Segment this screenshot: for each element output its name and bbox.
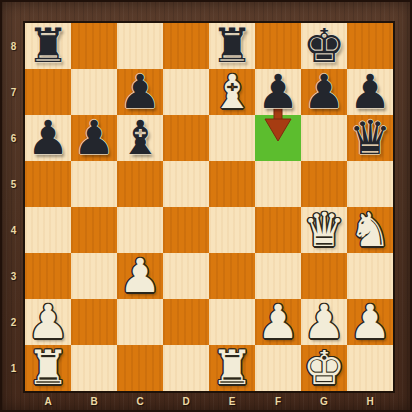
square-c2[interactable] [117, 299, 163, 345]
piece-black-pawn[interactable]: ♟ [347, 69, 393, 115]
square-g4[interactable]: ♛ [301, 207, 347, 253]
square-a3[interactable] [25, 253, 71, 299]
square-c3[interactable]: ♟ [117, 253, 163, 299]
piece-white-queen[interactable]: ♛ [301, 207, 347, 253]
square-e1[interactable]: ♜ [209, 345, 255, 391]
square-b3[interactable] [71, 253, 117, 299]
square-h5[interactable] [347, 161, 393, 207]
piece-white-rook[interactable]: ♜ [209, 345, 255, 391]
piece-white-knight[interactable]: ♞ [347, 207, 393, 253]
square-c7[interactable]: ♟ [117, 69, 163, 115]
square-d5[interactable] [163, 161, 209, 207]
square-g3[interactable] [301, 253, 347, 299]
square-b2[interactable] [71, 299, 117, 345]
square-h3[interactable] [347, 253, 393, 299]
rank-label-6: 6 [2, 115, 25, 161]
square-f5[interactable] [255, 161, 301, 207]
rank-label-5: 5 [2, 161, 25, 207]
piece-white-king[interactable]: ♚ [301, 345, 347, 391]
file-label-c: C [117, 391, 163, 412]
square-g2[interactable]: ♟ [301, 299, 347, 345]
square-c4[interactable] [117, 207, 163, 253]
square-d6[interactable] [163, 115, 209, 161]
file-label-d: D [163, 391, 209, 412]
square-g5[interactable] [301, 161, 347, 207]
square-c6[interactable]: ♝ [117, 115, 163, 161]
piece-black-bishop[interactable]: ♝ [117, 115, 163, 161]
square-e5[interactable] [209, 161, 255, 207]
square-h1[interactable] [347, 345, 393, 391]
square-a2[interactable]: ♟ [25, 299, 71, 345]
square-g1[interactable]: ♚ [301, 345, 347, 391]
square-f3[interactable] [255, 253, 301, 299]
square-c8[interactable] [117, 23, 163, 69]
piece-black-rook[interactable]: ♜ [209, 23, 255, 69]
piece-white-pawn[interactable]: ♟ [25, 299, 71, 345]
square-h4[interactable]: ♞ [347, 207, 393, 253]
square-f1[interactable] [255, 345, 301, 391]
square-h7[interactable]: ♟ [347, 69, 393, 115]
square-b7[interactable] [71, 69, 117, 115]
square-h6[interactable]: ♛ [347, 115, 393, 161]
square-d4[interactable] [163, 207, 209, 253]
piece-black-pawn[interactable]: ♟ [71, 115, 117, 161]
piece-black-queen[interactable]: ♛ [347, 115, 393, 161]
square-a7[interactable] [25, 69, 71, 115]
piece-white-pawn[interactable]: ♟ [117, 253, 163, 299]
square-b4[interactable] [71, 207, 117, 253]
piece-white-pawn[interactable]: ♟ [347, 299, 393, 345]
square-b6[interactable]: ♟ [71, 115, 117, 161]
square-a1[interactable]: ♜ [25, 345, 71, 391]
square-c1[interactable] [117, 345, 163, 391]
square-a4[interactable] [25, 207, 71, 253]
square-c5[interactable] [117, 161, 163, 207]
piece-white-rook[interactable]: ♜ [25, 345, 71, 391]
board-frame: 87654321 ABCDEFGH ♜♜♚♟♝♟♟♟♟♟♝♛♛♞♟♟♟♟♟♜♜♚ [0, 0, 412, 412]
file-label-f: F [255, 391, 301, 412]
piece-black-rook[interactable]: ♜ [25, 23, 71, 69]
chess-board: ♜♜♚♟♝♟♟♟♟♟♝♛♛♞♟♟♟♟♟♜♜♚ [25, 23, 393, 391]
file-label-h: H [347, 391, 393, 412]
square-a8[interactable]: ♜ [25, 23, 71, 69]
square-e7[interactable]: ♝ [209, 69, 255, 115]
square-g8[interactable]: ♚ [301, 23, 347, 69]
square-e8[interactable]: ♜ [209, 23, 255, 69]
square-d3[interactable] [163, 253, 209, 299]
square-f8[interactable] [255, 23, 301, 69]
square-d1[interactable] [163, 345, 209, 391]
rank-label-2: 2 [2, 299, 25, 345]
square-e6[interactable] [209, 115, 255, 161]
square-d2[interactable] [163, 299, 209, 345]
square-h2[interactable]: ♟ [347, 299, 393, 345]
rank-label-4: 4 [2, 207, 25, 253]
square-f2[interactable]: ♟ [255, 299, 301, 345]
square-d8[interactable] [163, 23, 209, 69]
square-e3[interactable] [209, 253, 255, 299]
piece-white-pawn[interactable]: ♟ [255, 299, 301, 345]
square-e4[interactable] [209, 207, 255, 253]
square-b5[interactable] [71, 161, 117, 207]
square-f4[interactable] [255, 207, 301, 253]
rank-label-7: 7 [2, 69, 25, 115]
piece-white-bishop[interactable]: ♝ [209, 69, 255, 115]
square-b8[interactable] [71, 23, 117, 69]
square-a6[interactable]: ♟ [25, 115, 71, 161]
square-a5[interactable] [25, 161, 71, 207]
square-d7[interactable] [163, 69, 209, 115]
square-f7[interactable]: ♟ [255, 69, 301, 115]
square-h8[interactable] [347, 23, 393, 69]
square-g6[interactable] [301, 115, 347, 161]
square-e2[interactable] [209, 299, 255, 345]
piece-white-pawn[interactable]: ♟ [301, 299, 347, 345]
rank-labels: 87654321 [2, 23, 25, 391]
piece-black-pawn[interactable]: ♟ [117, 69, 163, 115]
rank-label-8: 8 [2, 23, 25, 69]
piece-black-king[interactable]: ♚ [301, 23, 347, 69]
piece-black-pawn[interactable]: ♟ [25, 115, 71, 161]
file-label-b: B [71, 391, 117, 412]
rank-label-1: 1 [2, 345, 25, 391]
square-b1[interactable] [71, 345, 117, 391]
square-f6[interactable] [255, 115, 301, 161]
rank-label-3: 3 [2, 253, 25, 299]
square-g7[interactable]: ♟ [301, 69, 347, 115]
piece-black-pawn[interactable]: ♟ [255, 69, 301, 115]
piece-black-pawn[interactable]: ♟ [301, 69, 347, 115]
